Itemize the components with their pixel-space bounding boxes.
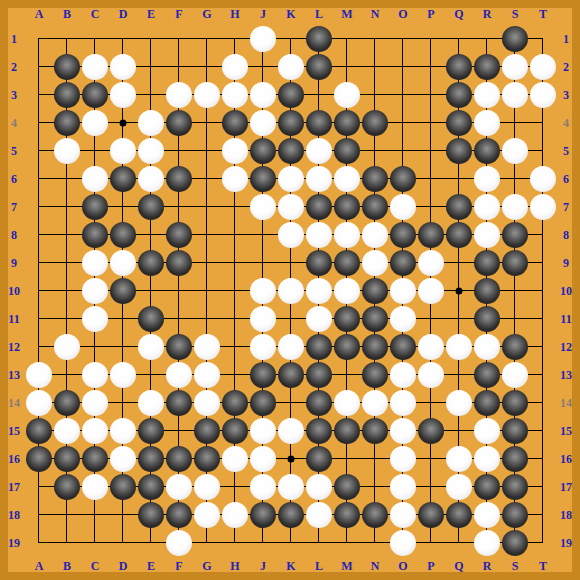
stone-white-J17 [250,474,276,500]
stone-black-F8 [166,222,192,248]
row-label-left-6: 6 [11,172,17,187]
stone-black-M9 [334,250,360,276]
stone-white-P13 [418,362,444,388]
stone-black-L2 [306,54,332,80]
stone-white-K10 [278,278,304,304]
col-label-top-L: L [315,7,323,22]
row-label-left-15: 15 [8,424,20,439]
col-label-top-Q: Q [454,7,463,22]
stone-black-C16 [82,446,108,472]
stone-white-O10 [390,278,416,304]
stone-black-R11 [474,306,500,332]
stone-black-N18 [362,502,388,528]
stone-black-K13 [278,362,304,388]
stone-black-K5 [278,138,304,164]
stone-black-N11 [362,306,388,332]
stone-white-L17 [306,474,332,500]
stone-white-J15 [250,418,276,444]
stone-white-A14 [26,390,52,416]
stone-black-S16 [502,446,528,472]
stone-white-D15 [110,418,136,444]
stone-white-S3 [502,82,528,108]
stone-white-O15 [390,418,416,444]
stone-black-F18 [166,502,192,528]
stone-white-D3 [110,82,136,108]
stone-black-Q3 [446,82,472,108]
stone-white-B15 [54,418,80,444]
stone-white-C13 [82,362,108,388]
stone-black-N13 [362,362,388,388]
stone-white-Q16 [446,446,472,472]
col-label-bottom-N: N [371,559,380,574]
stone-white-M10 [334,278,360,304]
stone-white-G12 [194,334,220,360]
stone-white-C11 [82,306,108,332]
stone-white-H18 [222,502,248,528]
stone-white-T7 [530,194,556,220]
stone-white-H2 [222,54,248,80]
stone-white-J7 [250,194,276,220]
stone-black-B4 [54,110,80,136]
col-label-bottom-P: P [427,559,434,574]
stone-black-J14 [250,390,276,416]
stone-black-P18 [418,502,444,528]
stone-black-E16 [138,446,164,472]
stone-white-C6 [82,166,108,192]
stone-white-P9 [418,250,444,276]
stone-white-D13 [110,362,136,388]
stone-black-N6 [362,166,388,192]
stone-black-S15 [502,418,528,444]
stone-black-N7 [362,194,388,220]
col-label-bottom-L: L [315,559,323,574]
stone-white-P12 [418,334,444,360]
stone-white-S13 [502,362,528,388]
col-label-top-P: P [427,7,434,22]
col-label-bottom-S: S [512,559,519,574]
stone-white-J12 [250,334,276,360]
stone-white-N9 [362,250,388,276]
row-label-right-17: 17 [560,480,572,495]
col-label-bottom-J: J [260,559,266,574]
stone-white-D5 [110,138,136,164]
stone-white-R4 [474,110,500,136]
stone-white-D9 [110,250,136,276]
stone-black-M5 [334,138,360,164]
stone-white-K6 [278,166,304,192]
row-label-left-18: 18 [8,508,20,523]
stone-black-F4 [166,110,192,136]
stone-white-T2 [530,54,556,80]
stone-white-N8 [362,222,388,248]
stone-white-G14 [194,390,220,416]
col-label-bottom-G: G [202,559,211,574]
star-point-K16 [287,455,294,462]
stone-white-M14 [334,390,360,416]
stone-black-M11 [334,306,360,332]
stone-black-G16 [194,446,220,472]
stone-black-M17 [334,474,360,500]
stone-black-N15 [362,418,388,444]
stone-black-O8 [390,222,416,248]
stone-black-J13 [250,362,276,388]
stone-black-S14 [502,390,528,416]
stone-white-O19 [390,530,416,556]
row-label-right-10: 10 [560,284,572,299]
stone-black-L4 [306,110,332,136]
stone-white-H16 [222,446,248,472]
col-label-top-O: O [398,7,407,22]
stone-white-T3 [530,82,556,108]
stone-black-R14 [474,390,500,416]
stone-black-F12 [166,334,192,360]
stone-black-C7 [82,194,108,220]
row-label-right-5: 5 [563,144,569,159]
stone-black-K18 [278,502,304,528]
row-label-right-13: 13 [560,368,572,383]
stone-black-K3 [278,82,304,108]
stone-white-N14 [362,390,388,416]
col-label-top-B: B [63,7,71,22]
stone-black-K4 [278,110,304,136]
stone-black-L15 [306,418,332,444]
stone-black-L14 [306,390,332,416]
stone-white-J1 [250,26,276,52]
stone-black-R9 [474,250,500,276]
stone-white-Q12 [446,334,472,360]
stone-white-L5 [306,138,332,164]
stone-white-S7 [502,194,528,220]
row-label-right-15: 15 [560,424,572,439]
col-label-bottom-C: C [91,559,100,574]
stone-white-O14 [390,390,416,416]
row-label-right-18: 18 [560,508,572,523]
stone-black-B3 [54,82,80,108]
row-label-right-4: 4 [563,116,569,131]
stone-black-J5 [250,138,276,164]
stone-black-N4 [362,110,388,136]
stone-black-E11 [138,306,164,332]
stone-black-E7 [138,194,164,220]
stone-white-K15 [278,418,304,444]
row-label-left-11: 11 [8,312,19,327]
stone-white-O17 [390,474,416,500]
stone-black-Q18 [446,502,472,528]
stone-white-R7 [474,194,500,220]
stone-black-D10 [110,278,136,304]
stone-white-M8 [334,222,360,248]
stone-white-Q17 [446,474,472,500]
stone-white-K12 [278,334,304,360]
star-point-Q10 [455,287,462,294]
stone-white-L6 [306,166,332,192]
stone-black-Q8 [446,222,472,248]
col-label-bottom-F: F [175,559,182,574]
stone-black-M7 [334,194,360,220]
stone-white-G13 [194,362,220,388]
star-point-D4 [119,119,126,126]
stone-white-J4 [250,110,276,136]
stone-white-C4 [82,110,108,136]
stone-black-A16 [26,446,52,472]
stone-white-R16 [474,446,500,472]
stone-black-E15 [138,418,164,444]
row-label-left-10: 10 [8,284,20,299]
stone-black-L12 [306,334,332,360]
stone-white-H6 [222,166,248,192]
stone-black-R2 [474,54,500,80]
stone-white-R3 [474,82,500,108]
stone-white-H3 [222,82,248,108]
stone-white-E12 [138,334,164,360]
stone-white-T6 [530,166,556,192]
stone-white-G17 [194,474,220,500]
stone-white-M3 [334,82,360,108]
stone-black-C8 [82,222,108,248]
stone-white-C15 [82,418,108,444]
row-label-right-19: 19 [560,536,572,551]
col-label-bottom-E: E [147,559,155,574]
col-label-top-A: A [35,7,44,22]
col-label-bottom-T: T [539,559,547,574]
stone-white-K2 [278,54,304,80]
stone-black-J18 [250,502,276,528]
stone-black-F16 [166,446,192,472]
stone-black-C3 [82,82,108,108]
stone-white-R12 [474,334,500,360]
stone-black-F14 [166,390,192,416]
stone-black-R13 [474,362,500,388]
stone-black-Q5 [446,138,472,164]
stone-black-O9 [390,250,416,276]
col-label-bottom-A: A [35,559,44,574]
row-label-left-19: 19 [8,536,20,551]
stone-black-B14 [54,390,80,416]
stone-white-E6 [138,166,164,192]
col-label-bottom-Q: Q [454,559,463,574]
stone-black-D8 [110,222,136,248]
row-label-left-5: 5 [11,144,17,159]
stone-black-S18 [502,502,528,528]
stone-white-O18 [390,502,416,528]
stone-white-K7 [278,194,304,220]
stone-black-R17 [474,474,500,500]
stone-black-P8 [418,222,444,248]
goban[interactable]: AABBCCDDEEFFGGHHJJKKLLMMNNOOPPQQRRSSTT11… [0,0,580,580]
go-board-app: AABBCCDDEEFFGGHHJJKKLLMMNNOOPPQQRRSSTT11… [0,0,580,580]
stone-white-P10 [418,278,444,304]
stone-white-R8 [474,222,500,248]
stone-black-L1 [306,26,332,52]
row-label-right-16: 16 [560,452,572,467]
stone-black-E18 [138,502,164,528]
col-label-top-R: R [483,7,492,22]
col-label-top-S: S [512,7,519,22]
row-label-right-3: 3 [563,88,569,103]
stone-white-G18 [194,502,220,528]
stone-black-S1 [502,26,528,52]
row-label-right-8: 8 [563,228,569,243]
stone-black-Q2 [446,54,472,80]
row-label-left-13: 13 [8,368,20,383]
col-label-bottom-D: D [119,559,128,574]
stone-white-E5 [138,138,164,164]
stone-white-Q14 [446,390,472,416]
stone-white-F19 [166,530,192,556]
col-label-top-F: F [175,7,182,22]
row-label-left-7: 7 [11,200,17,215]
stone-black-G15 [194,418,220,444]
stone-black-N12 [362,334,388,360]
stone-black-M18 [334,502,360,528]
stone-white-D16 [110,446,136,472]
stone-black-B2 [54,54,80,80]
row-label-right-14: 14 [560,396,572,411]
stone-white-R15 [474,418,500,444]
stone-white-O7 [390,194,416,220]
stone-black-S19 [502,530,528,556]
stone-black-B17 [54,474,80,500]
stone-black-A15 [26,418,52,444]
stone-black-S8 [502,222,528,248]
stone-black-L9 [306,250,332,276]
stone-white-K8 [278,222,304,248]
stone-black-D17 [110,474,136,500]
stone-black-M12 [334,334,360,360]
stone-white-J11 [250,306,276,332]
row-label-left-17: 17 [8,480,20,495]
stone-white-J16 [250,446,276,472]
stone-black-E9 [138,250,164,276]
stone-black-M4 [334,110,360,136]
stone-black-F6 [166,166,192,192]
col-label-top-M: M [341,7,352,22]
stone-white-F17 [166,474,192,500]
col-label-bottom-K: K [286,559,295,574]
stone-black-P15 [418,418,444,444]
stone-black-R5 [474,138,500,164]
stone-white-L10 [306,278,332,304]
stone-white-B12 [54,334,80,360]
grid-hline [38,542,543,543]
stone-black-H14 [222,390,248,416]
col-label-top-J: J [260,7,266,22]
stone-white-O13 [390,362,416,388]
stone-white-C2 [82,54,108,80]
stone-black-S17 [502,474,528,500]
row-label-left-14: 14 [8,396,20,411]
stone-black-M15 [334,418,360,444]
stone-white-S2 [502,54,528,80]
stone-black-N10 [362,278,388,304]
row-label-left-2: 2 [11,60,17,75]
stone-white-D2 [110,54,136,80]
row-label-left-12: 12 [8,340,20,355]
row-label-left-16: 16 [8,452,20,467]
stone-white-L18 [306,502,332,528]
row-label-left-8: 8 [11,228,17,243]
grid-hline [38,318,543,319]
col-label-top-G: G [202,7,211,22]
stone-white-M6 [334,166,360,192]
stone-black-R10 [474,278,500,304]
stone-white-J10 [250,278,276,304]
stone-black-J6 [250,166,276,192]
stone-black-E17 [138,474,164,500]
stone-black-O12 [390,334,416,360]
row-label-right-11: 11 [560,312,571,327]
stone-white-F13 [166,362,192,388]
col-label-bottom-R: R [483,559,492,574]
row-label-left-1: 1 [11,32,17,47]
col-label-top-N: N [371,7,380,22]
col-label-top-D: D [119,7,128,22]
stone-white-G3 [194,82,220,108]
row-label-right-12: 12 [560,340,572,355]
stone-white-C9 [82,250,108,276]
stone-black-Q4 [446,110,472,136]
stone-white-E4 [138,110,164,136]
stone-white-L8 [306,222,332,248]
stone-white-K17 [278,474,304,500]
stone-white-C17 [82,474,108,500]
stone-white-E14 [138,390,164,416]
col-label-top-C: C [91,7,100,22]
stone-white-R6 [474,166,500,192]
stone-white-O16 [390,446,416,472]
stone-black-Q7 [446,194,472,220]
stone-black-F9 [166,250,192,276]
stone-white-C14 [82,390,108,416]
row-label-left-4: 4 [11,116,17,131]
stone-black-B16 [54,446,80,472]
stone-white-O11 [390,306,416,332]
stone-white-B5 [54,138,80,164]
stone-white-F3 [166,82,192,108]
stone-black-O6 [390,166,416,192]
col-label-bottom-H: H [230,559,239,574]
grid-vline [542,38,543,543]
stone-black-H4 [222,110,248,136]
stone-white-L11 [306,306,332,332]
col-label-top-T: T [539,7,547,22]
stone-white-H5 [222,138,248,164]
row-label-left-9: 9 [11,256,17,271]
stone-black-H15 [222,418,248,444]
row-label-right-2: 2 [563,60,569,75]
stone-black-S9 [502,250,528,276]
stone-black-L7 [306,194,332,220]
stone-white-R19 [474,530,500,556]
stone-white-A13 [26,362,52,388]
col-label-bottom-M: M [341,559,352,574]
stone-white-S5 [502,138,528,164]
stone-white-R18 [474,502,500,528]
stone-white-C10 [82,278,108,304]
row-label-right-9: 9 [563,256,569,271]
stone-black-S12 [502,334,528,360]
row-label-right-1: 1 [563,32,569,47]
col-label-top-K: K [286,7,295,22]
row-label-right-7: 7 [563,200,569,215]
stone-black-D6 [110,166,136,192]
stone-black-L13 [306,362,332,388]
row-label-right-6: 6 [563,172,569,187]
stone-black-L16 [306,446,332,472]
row-label-left-3: 3 [11,88,17,103]
col-label-bottom-O: O [398,559,407,574]
col-label-top-E: E [147,7,155,22]
